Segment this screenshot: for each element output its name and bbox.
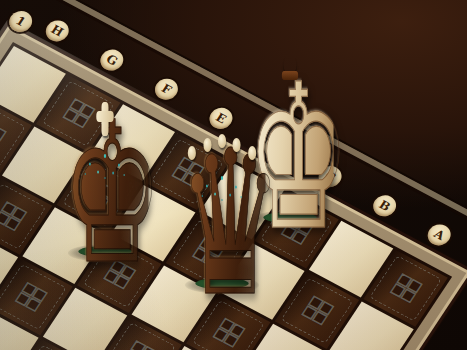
cream-cross-finial — [102, 102, 109, 136]
dark-king-piece[interactable]: ♚ — [62, 96, 149, 291]
chess-photo-scene: ❖❖❖❖❖❖❖❖❖❖❖❖❖❖❖❖❖❖❖❖❖❖❖❖❖❖❖❖❖❖❖❖ HGFEDCB… — [0, 0, 467, 350]
crown-balls — [188, 140, 256, 154]
turquoise-accents — [104, 154, 106, 158]
pieces-layer: ♚ ♛ ♚ — [0, 0, 467, 350]
dark-queen-piece[interactable]: ♛ — [179, 124, 266, 324]
turquoise-accents — [221, 176, 223, 180]
dark-knob-finial — [284, 54, 297, 74]
